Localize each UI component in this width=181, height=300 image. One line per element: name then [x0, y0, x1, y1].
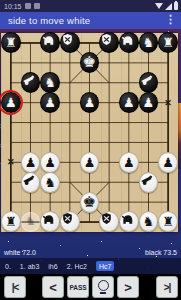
- square-e9[interactable]: ♚: [80, 53, 100, 73]
- square-a5[interactable]: [1, 132, 21, 152]
- move-list: 0.1. ab3ih62. Hc2Hc7: [0, 258, 181, 274]
- move-token-0[interactable]: 0.: [5, 263, 11, 270]
- rook-glyph: ♜: [5, 33, 17, 52]
- cannon-icon: [22, 173, 36, 187]
- square-a4[interactable]: ✕: [1, 152, 21, 172]
- square-f1[interactable]: [99, 212, 119, 232]
- square-g3[interactable]: [119, 172, 139, 192]
- white-pawn-piece[interactable]: ♟: [119, 152, 139, 173]
- square-d3[interactable]: [60, 172, 80, 192]
- square-c2[interactable]: [40, 192, 60, 212]
- square-a7[interactable]: ♟: [1, 93, 21, 113]
- square-g8[interactable]: [119, 73, 139, 93]
- horse-glyph: ♞: [44, 73, 56, 92]
- square-b4[interactable]: ♟: [21, 152, 41, 172]
- square-f9[interactable]: [99, 53, 119, 73]
- horse-glyph: ♞: [143, 33, 155, 52]
- square-i2[interactable]: [158, 192, 178, 212]
- horse-glyph: ♞: [143, 212, 155, 231]
- pass-button[interactable]: PASS: [67, 276, 89, 298]
- square-f7[interactable]: [99, 93, 119, 113]
- black-elephant-piece[interactable]: [119, 32, 139, 53]
- square-d10[interactable]: [60, 33, 80, 53]
- black-rook-piece[interactable]: ♜: [158, 32, 178, 53]
- square-c1[interactable]: [40, 212, 60, 232]
- white-guard-piece[interactable]: [60, 211, 80, 232]
- shield-x-icon: [100, 212, 113, 225]
- square-b2[interactable]: [21, 192, 41, 212]
- square-e4[interactable]: ♟: [80, 152, 100, 172]
- square-h4[interactable]: [139, 152, 159, 172]
- square-c4[interactable]: ♟: [40, 152, 60, 172]
- wifi-icon: [155, 3, 163, 9]
- white-pawn-piece[interactable]: ♟: [40, 152, 60, 173]
- pawn-glyph: ♟: [162, 152, 174, 171]
- square-f10[interactable]: [99, 33, 119, 53]
- square-f5[interactable]: [99, 132, 119, 152]
- clock-time: 10:15: [4, 3, 22, 10]
- battery-icon: [174, 2, 178, 10]
- black-horse-piece[interactable]: ♞: [40, 72, 60, 93]
- board-grid: ♜♞♜♚♞♟♟♟♟♟✕✕♟♟♟♟♟♞♚♜♞♞♜: [1, 33, 178, 232]
- black-clock: black 73.5: [145, 249, 177, 256]
- pawn-glyph: ♟: [5, 93, 17, 112]
- king-glyph: ♚: [83, 192, 96, 211]
- black-guard-piece[interactable]: [99, 32, 119, 53]
- square-g6[interactable]: [119, 113, 139, 133]
- notification-icon: [25, 3, 31, 9]
- black-cannon-piece[interactable]: [21, 72, 41, 93]
- pawn-glyph: ♟: [44, 93, 56, 112]
- white-pawn-piece[interactable]: ♟: [80, 152, 100, 173]
- pawn-glyph: ♟: [143, 93, 155, 112]
- black-pawn-piece[interactable]: ♟: [80, 92, 100, 113]
- square-a6[interactable]: [1, 113, 21, 133]
- square-e5[interactable]: [80, 132, 100, 152]
- square-h2[interactable]: [139, 192, 159, 212]
- square-f8[interactable]: [99, 73, 119, 93]
- square-e10[interactable]: [80, 33, 100, 53]
- square-g10[interactable]: [119, 33, 139, 53]
- square-g7[interactable]: ♟: [119, 93, 139, 113]
- white-elephant-piece[interactable]: [40, 211, 60, 232]
- hint-button[interactable]: [92, 276, 114, 298]
- square-c7[interactable]: ♟: [40, 93, 60, 113]
- square-a10[interactable]: ♜: [1, 33, 21, 53]
- white-rook-piece[interactable]: ♜: [1, 211, 21, 232]
- square-b8[interactable]: [21, 73, 41, 93]
- square-c8[interactable]: ♞: [40, 73, 60, 93]
- black-pawn-piece[interactable]: ♟: [119, 92, 139, 113]
- white-horse-piece[interactable]: ♞: [40, 172, 60, 193]
- square-g4[interactable]: ♟: [119, 152, 139, 172]
- square-c3[interactable]: ♞: [40, 172, 60, 192]
- move-token-4[interactable]: Hc7: [96, 261, 114, 271]
- stars-decoration: [0, 29, 1, 30]
- square-h1[interactable]: ♞: [139, 212, 159, 232]
- square-b6[interactable]: [21, 113, 41, 133]
- square-c5[interactable]: [40, 132, 60, 152]
- cannon-icon: [140, 73, 154, 87]
- step-forward-button[interactable]: >: [117, 276, 139, 298]
- square-i6[interactable]: [158, 113, 178, 133]
- square-f3[interactable]: [99, 172, 119, 192]
- square-h8[interactable]: [139, 73, 159, 93]
- move-token-1[interactable]: 1. ab3: [20, 263, 39, 270]
- cannon-icon: [140, 173, 154, 187]
- last-move-origin-x-marker: ✕: [164, 98, 172, 108]
- square-h3[interactable]: [139, 172, 159, 192]
- white-cannon-piece[interactable]: [139, 172, 159, 193]
- square-i5[interactable]: [158, 132, 178, 152]
- elephant-icon: [120, 33, 134, 47]
- square-i8[interactable]: [158, 73, 178, 93]
- square-g1[interactable]: [119, 212, 139, 232]
- square-c10[interactable]: [40, 33, 60, 53]
- move-token-3[interactable]: 2. Hc2: [67, 263, 87, 270]
- square-d4[interactable]: [60, 152, 80, 172]
- white-guard-piece[interactable]: [99, 211, 119, 232]
- square-d6[interactable]: [60, 113, 80, 133]
- white-rook-piece[interactable]: ♜: [158, 211, 178, 232]
- square-c9[interactable]: [40, 53, 60, 73]
- rook-glyph: ♜: [5, 212, 17, 231]
- square-i1[interactable]: ♜: [158, 212, 178, 232]
- rook-glyph: ♜: [162, 212, 174, 231]
- elephant-icon: [41, 33, 55, 47]
- rook-glyph: ♜: [162, 33, 174, 52]
- square-a8[interactable]: [1, 73, 21, 93]
- square-b7[interactable]: [21, 93, 41, 113]
- black-guard-piece[interactable]: [60, 32, 80, 53]
- black-king-piece[interactable]: ♚: [80, 52, 100, 73]
- pawn-glyph: ♟: [123, 93, 135, 112]
- square-d8[interactable]: [60, 73, 80, 93]
- ghost-piece-horse: ♞: [21, 212, 41, 232]
- square-i10[interactable]: ♜: [158, 33, 178, 53]
- square-h10[interactable]: ♞: [139, 33, 159, 53]
- black-pawn-piece[interactable]: ♟: [1, 92, 21, 113]
- chevron-right-icon: >: [124, 280, 132, 295]
- white-elephant-piece[interactable]: [119, 211, 139, 232]
- go-to-start-button[interactable]: |<: [4, 276, 26, 298]
- toolbar: |<<PASS>>|: [0, 274, 181, 300]
- status-bar: 10:15: [0, 0, 181, 12]
- signal-icon: [165, 3, 172, 10]
- kebab-menu-icon[interactable]: ⋮: [165, 13, 176, 26]
- square-b1[interactable]: ♞: [21, 212, 41, 232]
- square-a2[interactable]: [1, 192, 21, 212]
- step-back-button[interactable]: <: [42, 276, 64, 298]
- cannon-icon: [22, 73, 36, 87]
- pawn-glyph: ♟: [44, 152, 56, 171]
- black-elephant-piece[interactable]: [40, 32, 60, 53]
- pawn-glyph: ♟: [84, 152, 96, 171]
- notification-icon: [34, 3, 40, 9]
- square-e7[interactable]: ♟: [80, 93, 100, 113]
- square-h6[interactable]: [139, 113, 159, 133]
- skip-end-icon: >|: [164, 282, 171, 293]
- square-d1[interactable]: [60, 212, 80, 232]
- chevron-left-icon: <: [49, 280, 57, 295]
- square-i4[interactable]: ♟: [158, 152, 178, 172]
- square-d5[interactable]: [60, 132, 80, 152]
- lightbulb-icon: [98, 280, 109, 291]
- square-a9[interactable]: [1, 53, 21, 73]
- janggi-board: ♜♞♜♚♞♟♟♟♟♟✕✕♟♟♟♟♟♞♚♜♞♞♜: [1, 33, 178, 232]
- elephant-icon: [41, 212, 55, 226]
- skip-start-icon: |<: [12, 282, 19, 293]
- shield-x-icon: [61, 33, 74, 46]
- pawn-glyph: ♟: [25, 152, 37, 171]
- white-king-piece[interactable]: ♚: [80, 192, 100, 213]
- square-d9[interactable]: [60, 53, 80, 73]
- square-e8[interactable]: [80, 73, 100, 93]
- status-icons: [155, 0, 178, 12]
- black-rook-piece[interactable]: ♜: [1, 32, 21, 53]
- elephant-icon: [120, 212, 134, 226]
- square-e3[interactable]: [80, 172, 100, 192]
- square-g9[interactable]: [119, 53, 139, 73]
- horse-glyph: ♞: [44, 172, 56, 191]
- square-i9[interactable]: [158, 53, 178, 73]
- white-clock: white 72.0: [4, 249, 36, 256]
- square-d2[interactable]: [60, 192, 80, 212]
- last-move-origin-x-marker: ✕: [7, 157, 15, 167]
- white-horse-piece[interactable]: ♞: [139, 211, 159, 232]
- background-sky: ♜♞♜♚♞♟♟♟♟♟✕✕♟♟♟♟♟♞♚♜♞♞♜ white 72.0 black…: [0, 29, 181, 274]
- square-i7[interactable]: ✕: [158, 93, 178, 113]
- square-b10[interactable]: [21, 33, 41, 53]
- black-pawn-piece[interactable]: ♟: [139, 92, 159, 113]
- shield-x-icon: [100, 33, 113, 46]
- white-pawn-piece[interactable]: ♟: [21, 152, 41, 173]
- square-a3[interactable]: [1, 172, 21, 192]
- square-e6[interactable]: [80, 113, 100, 133]
- square-f2[interactable]: [99, 192, 119, 212]
- black-pawn-piece[interactable]: ♟: [40, 92, 60, 113]
- pawn-glyph: ♟: [84, 93, 96, 112]
- app-screen: 10:15 side to move white ⋮ ♜♞♜♚♞♟♟♟♟♟✕✕♟…: [0, 0, 181, 300]
- white-pawn-piece[interactable]: ♟: [158, 152, 178, 173]
- app-bar: side to move white ⋮: [0, 12, 181, 29]
- white-cannon-piece[interactable]: [21, 172, 41, 193]
- button-label: PASS: [69, 284, 86, 291]
- go-to-end-button[interactable]: >|: [156, 276, 178, 298]
- king-glyph: ♚: [83, 53, 96, 72]
- square-f4[interactable]: [99, 152, 119, 172]
- square-h7[interactable]: ♟: [139, 93, 159, 113]
- square-b5[interactable]: [21, 132, 41, 152]
- square-h5[interactable]: [139, 132, 159, 152]
- shield-x-icon: [61, 212, 74, 225]
- square-i3[interactable]: [158, 172, 178, 192]
- square-g2[interactable]: [119, 192, 139, 212]
- black-horse-piece[interactable]: ♞: [139, 32, 159, 53]
- square-c6[interactable]: [40, 113, 60, 133]
- move-token-2[interactable]: ih6: [48, 263, 57, 270]
- square-g5[interactable]: [119, 132, 139, 152]
- square-f6[interactable]: [99, 113, 119, 133]
- square-b3[interactable]: [21, 172, 41, 192]
- square-h9[interactable]: [139, 53, 159, 73]
- square-e2[interactable]: ♚: [80, 192, 100, 212]
- square-d7[interactable]: [60, 93, 80, 113]
- clock-row: white 72.0 black 73.5: [0, 246, 181, 258]
- square-a1[interactable]: ♜: [1, 212, 21, 232]
- black-cannon-piece[interactable]: [139, 72, 159, 93]
- page-title: side to move white: [8, 15, 90, 26]
- square-e1[interactable]: [80, 212, 100, 232]
- square-b9[interactable]: [21, 53, 41, 73]
- pawn-glyph: ♟: [123, 152, 135, 171]
